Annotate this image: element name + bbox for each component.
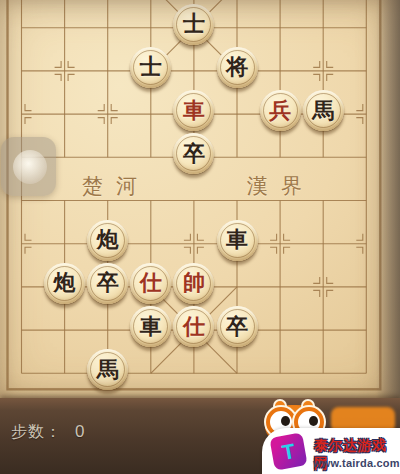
piece-black-advisor[interactable]: 士	[130, 47, 171, 88]
river-label-right: 漢界	[247, 172, 315, 200]
river-label-left: 楚河	[82, 172, 150, 200]
piece-black-soldier[interactable]: 卒	[87, 263, 128, 304]
floating-widget-button[interactable]	[1, 137, 56, 196]
game-screen: 楚河 漢界 士士将車兵馬卒炮車炮卒仕帥車仕卒馬 步数：0 T 泰尔达游戏网 ww…	[0, 0, 400, 474]
piece-red-soldier[interactable]: 兵	[260, 90, 301, 131]
watermark-logo-letter: T	[280, 439, 297, 465]
piece-black-cannon[interactable]: 炮	[44, 263, 85, 304]
watermark: T 泰尔达游戏网 www.tairda.com	[262, 428, 400, 474]
floating-widget-dot-icon	[13, 150, 47, 184]
step-counter-label: 步数：	[11, 423, 62, 440]
watermark-logo-icon: T	[269, 432, 307, 470]
piece-black-soldier[interactable]: 卒	[217, 306, 258, 347]
xiangqi-board[interactable]: 楚河 漢界 士士将車兵馬卒炮車炮卒仕帥車仕卒馬	[0, 0, 400, 400]
piece-black-general[interactable]: 将	[217, 47, 258, 88]
watermark-site-url: www.tairda.com	[313, 457, 400, 469]
piece-red-advisor[interactable]: 仕	[130, 263, 171, 304]
piece-black-advisor[interactable]: 士	[173, 4, 214, 45]
step-counter-value: 0	[75, 422, 85, 441]
piece-black-cannon[interactable]: 炮	[87, 220, 128, 261]
piece-red-general[interactable]: 帥	[173, 263, 214, 304]
piece-black-horse[interactable]: 馬	[303, 90, 344, 131]
step-counter: 步数：0	[11, 422, 85, 443]
piece-black-chariot[interactable]: 車	[217, 220, 258, 261]
